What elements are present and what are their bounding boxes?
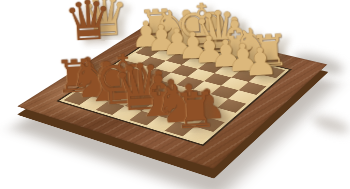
white-pawn-a2[interactable]: ♟: [219, 40, 301, 82]
perspective-wrapper: ♜♞♝♛♚♝♞♜♟♟♟♟♟♟♟♟♟♟♟♟♟♟♟♟♜♞♝♛♚♝♞♜♛♛: [0, 0, 350, 189]
black-rook-a8[interactable]: ♜: [150, 84, 241, 137]
chess-set-photo: ♜♞♝♛♚♝♞♜♟♟♟♟♟♟♟♟♟♟♟♟♟♟♟♟♜♞♝♛♚♝♞♜♛♛: [0, 0, 350, 189]
chess-board: ♜♞♝♛♚♝♞♜♟♟♟♟♟♟♟♟♟♟♟♟♟♟♟♟♜♞♝♛♚♝♞♜♛♛: [17, 23, 327, 169]
scene-tilt: ♜♞♝♛♚♝♞♜♟♟♟♟♟♟♟♟♟♟♟♟♟♟♟♟♜♞♝♛♚♝♞♜♛♛: [0, 0, 350, 189]
